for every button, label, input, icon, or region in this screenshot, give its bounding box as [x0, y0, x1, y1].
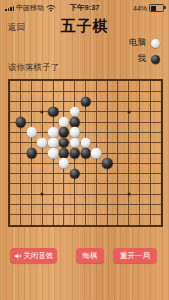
grid-line	[10, 204, 161, 205]
app-screen: 中国移动 下午9:37 44% 返回 五子棋 电脑 我 该你落棋子了	[0, 0, 169, 300]
white-stone	[59, 158, 70, 169]
board[interactable]	[8, 79, 163, 227]
black-stone	[69, 117, 80, 128]
undo-button-label: 悔棋	[83, 251, 98, 261]
black-stone	[69, 168, 80, 179]
restart-button-label: 重开一局	[120, 251, 150, 261]
black-stone	[80, 148, 91, 159]
page-title: 五子棋	[0, 17, 169, 36]
black-stone	[59, 148, 70, 159]
black-stone	[69, 148, 80, 159]
sound-button-label: 关闭音效	[24, 251, 54, 261]
black-stone	[59, 127, 70, 138]
white-stone	[69, 137, 80, 148]
black-stone	[26, 148, 37, 159]
black-stone	[16, 117, 27, 128]
black-stone	[59, 137, 70, 148]
star-point	[41, 193, 44, 196]
black-stone	[80, 96, 91, 107]
star-point	[127, 193, 130, 196]
black-stone	[48, 107, 59, 118]
battery-percent: 44%	[133, 5, 147, 12]
sound-toggle-button[interactable]: 关闭音效	[10, 248, 57, 263]
white-stone	[37, 137, 48, 148]
white-stone	[48, 148, 59, 159]
white-stone-icon	[151, 39, 160, 48]
status-bar: 中国移动 下午9:37 44%	[0, 2, 169, 14]
me-row: 我	[129, 53, 160, 65]
star-point	[41, 110, 44, 113]
signal-icon	[5, 6, 14, 11]
white-stone	[80, 137, 91, 148]
status-right: 44%	[133, 4, 164, 12]
star-point	[127, 110, 130, 113]
white-stone	[59, 117, 70, 128]
clock: 下午9:37	[69, 3, 99, 13]
grid-line	[150, 81, 151, 225]
white-stone	[48, 127, 59, 138]
grid-line	[10, 214, 161, 215]
white-stone	[69, 107, 80, 118]
turn-hint: 该你落棋子了	[8, 62, 59, 74]
battery-icon	[149, 4, 164, 12]
undo-button[interactable]: 悔棋	[76, 248, 104, 263]
mute-icon	[14, 252, 22, 260]
white-stone	[26, 127, 37, 138]
wifi-icon	[46, 4, 56, 12]
player-panel: 电脑 我	[129, 37, 160, 65]
carrier-label: 中国移动	[16, 3, 44, 13]
computer-row: 电脑	[129, 37, 160, 49]
computer-label: 电脑	[129, 37, 146, 49]
white-stone	[91, 148, 102, 159]
status-left: 中国移动	[5, 3, 56, 13]
me-label: 我	[138, 53, 147, 65]
black-stone-icon	[151, 55, 160, 64]
restart-button[interactable]: 重开一局	[113, 248, 157, 263]
white-stone	[48, 137, 59, 148]
black-stone	[102, 158, 113, 169]
white-stone	[69, 127, 80, 138]
